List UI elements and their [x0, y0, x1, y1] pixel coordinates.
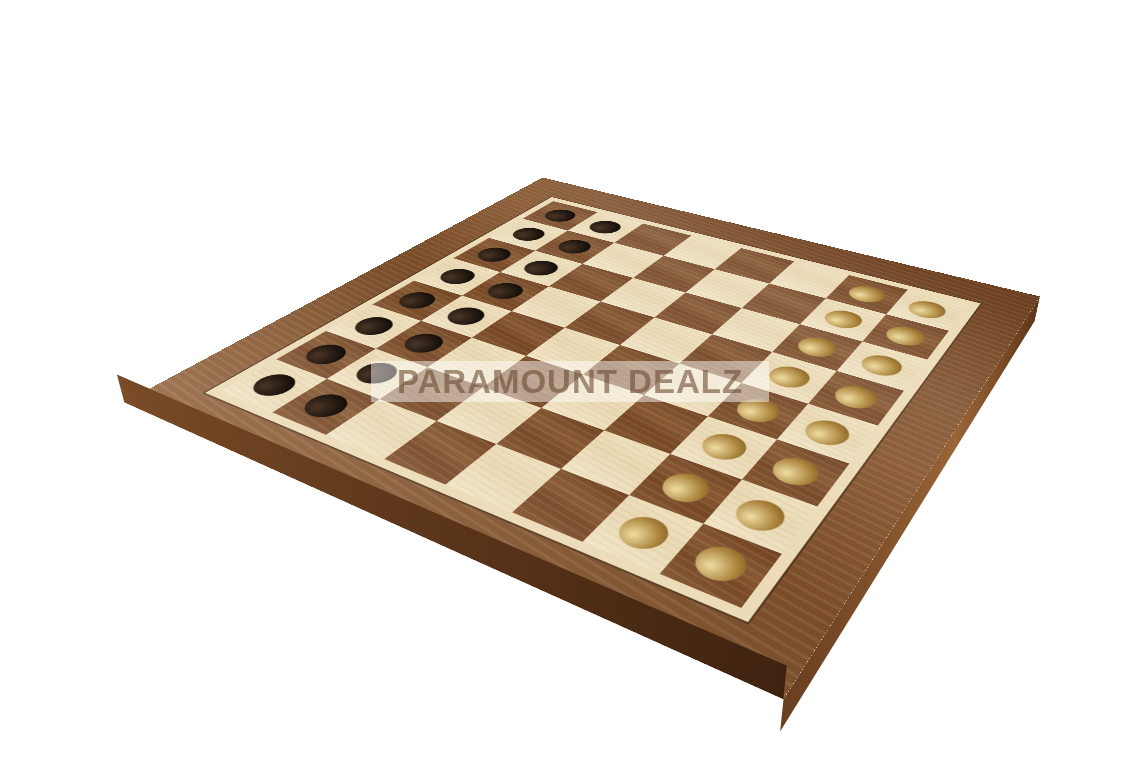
watermark-text: PARAMOUNT DEALZ: [397, 363, 743, 401]
black-pawn-glyph: ♟: [294, 342, 359, 414]
watermark: PARAMOUNT DEALZ: [371, 361, 769, 402]
white-rook-glyph: ♜: [674, 472, 768, 577]
white-pawn-glyph: ♟: [605, 457, 682, 543]
chess-board: ♜♞♝♛♚♝♞♜♟♟♟♟♟♟♟♟♟♟♟♟♟♟♟♟♜♞♝♛♚♝♞♜: [124, 178, 1040, 700]
product-photo: ♜♞♝♛♚♝♞♜♟♟♟♟♟♟♟♟♟♟♟♟♟♟♟♟♜♞♝♛♚♝♞♜ PARAMOU…: [0, 0, 1140, 760]
